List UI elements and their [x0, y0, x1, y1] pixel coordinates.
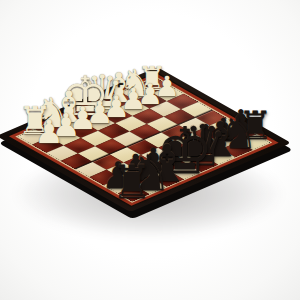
- piece-black-rook-h8[interactable]: ♜: [111, 160, 152, 206]
- chess-set-photo: ♜♞♝♛♚♝♞♜♟♟♟♟♟♟♟♟♟♟♟♟♟♟♟♟♜♞♝♛♚♝♞♜: [0, 0, 300, 300]
- pieces-layer: ♜♞♝♛♚♝♞♜♟♟♟♟♟♟♟♟♟♟♟♟♟♟♟♟♜♞♝♛♚♝♞♜: [0, 0, 300, 300]
- piece-white-pawn-h2[interactable]: ♟: [34, 116, 63, 148]
